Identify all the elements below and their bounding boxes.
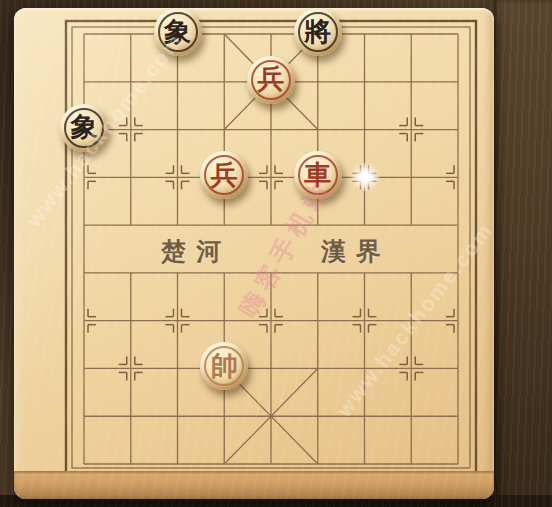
piece-character: 兵 xyxy=(258,65,285,92)
piece-character: 帥 xyxy=(211,352,238,379)
river-label-right: 漢界 xyxy=(321,235,391,268)
piece-black-elephant[interactable]: 象 xyxy=(60,104,108,152)
table-background: 楚河 漢界 象將兵象兵車帥 www.hackhome.com www.hackh… xyxy=(0,0,552,507)
piece-character: 將 xyxy=(304,18,331,45)
piece-character: 象 xyxy=(71,113,98,140)
piece-black-general[interactable]: 將 xyxy=(294,8,342,56)
board-front-edge xyxy=(14,471,494,499)
river-label-left: 楚河 xyxy=(161,235,231,268)
piece-character: 兵 xyxy=(211,161,238,188)
table-wood-plank xyxy=(494,0,552,507)
piece-character: 象 xyxy=(164,18,191,45)
piece-red-soldier[interactable]: 兵 xyxy=(247,56,295,104)
piece-black-elephant[interactable]: 象 xyxy=(154,8,202,56)
piece-red-chariot[interactable]: 車 xyxy=(294,151,342,199)
piece-character: 車 xyxy=(304,161,331,188)
